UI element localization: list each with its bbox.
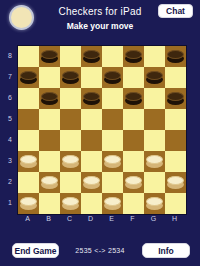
board-cell-C3[interactable] bbox=[60, 151, 81, 172]
piece-top bbox=[20, 155, 37, 164]
board-cell-F4[interactable] bbox=[123, 130, 144, 151]
row-label-6: 6 bbox=[4, 87, 16, 108]
piece-top bbox=[62, 155, 79, 164]
board-cell-F2[interactable] bbox=[123, 172, 144, 193]
row-label-4: 4 bbox=[4, 129, 16, 150]
light-checker-piece[interactable] bbox=[20, 197, 37, 210]
board-cell-B6[interactable] bbox=[39, 88, 60, 109]
board-cell-E1[interactable] bbox=[102, 193, 123, 214]
row-label-8: 8 bbox=[4, 45, 16, 66]
board-cell-F1[interactable] bbox=[123, 193, 144, 214]
piece-top bbox=[125, 50, 142, 59]
chat-button[interactable]: Chat bbox=[158, 4, 193, 18]
light-checker-piece[interactable] bbox=[20, 155, 37, 168]
board-cell-F8[interactable] bbox=[123, 46, 144, 67]
board-cell-H3[interactable] bbox=[165, 151, 186, 172]
piece-top bbox=[20, 197, 37, 206]
info-button[interactable]: Info bbox=[142, 243, 190, 258]
col-label-E: E bbox=[101, 215, 122, 223]
light-checker-piece[interactable] bbox=[83, 176, 100, 189]
board-cell-A3[interactable] bbox=[18, 151, 39, 172]
col-labels: ABCDEFGH bbox=[17, 215, 185, 223]
board-cell-B1[interactable] bbox=[39, 193, 60, 214]
piece-top bbox=[41, 176, 58, 185]
board-cell-C6[interactable] bbox=[60, 88, 81, 109]
board-cell-H6[interactable] bbox=[165, 88, 186, 109]
board-cell-D5[interactable] bbox=[81, 109, 102, 130]
piece-top bbox=[167, 92, 184, 101]
piece-top bbox=[62, 197, 79, 206]
board-cell-B4[interactable] bbox=[39, 130, 60, 151]
dark-checker-piece[interactable] bbox=[41, 92, 58, 105]
board-cell-D7[interactable] bbox=[81, 67, 102, 88]
col-label-C: C bbox=[59, 215, 80, 223]
board-cell-A5[interactable] bbox=[18, 109, 39, 130]
board-cell-G3[interactable] bbox=[144, 151, 165, 172]
row-label-1: 1 bbox=[4, 192, 16, 213]
board-cell-C8[interactable] bbox=[60, 46, 81, 67]
dark-checker-piece[interactable] bbox=[62, 71, 79, 84]
board-cell-G8[interactable] bbox=[144, 46, 165, 67]
dark-checker-piece[interactable] bbox=[125, 50, 142, 63]
board-cell-D8[interactable] bbox=[81, 46, 102, 67]
row-label-7: 7 bbox=[4, 66, 16, 87]
board-cell-B5[interactable] bbox=[39, 109, 60, 130]
piece-top bbox=[104, 197, 121, 206]
piece-top bbox=[167, 176, 184, 185]
piece-top bbox=[146, 71, 163, 80]
piece-top bbox=[104, 71, 121, 80]
light-checker-piece[interactable] bbox=[41, 176, 58, 189]
piece-top bbox=[167, 50, 184, 59]
board-cell-A6[interactable] bbox=[18, 88, 39, 109]
board-cell-B7[interactable] bbox=[39, 67, 60, 88]
piece-top bbox=[41, 50, 58, 59]
board-cell-E2[interactable] bbox=[102, 172, 123, 193]
board-cell-E3[interactable] bbox=[102, 151, 123, 172]
board-cell-C1[interactable] bbox=[60, 193, 81, 214]
board-cell-A1[interactable] bbox=[18, 193, 39, 214]
row-label-3: 3 bbox=[4, 150, 16, 171]
board-cell-D2[interactable] bbox=[81, 172, 102, 193]
board-cell-A8[interactable] bbox=[18, 46, 39, 67]
light-checker-piece[interactable] bbox=[167, 176, 184, 189]
dark-checker-piece[interactable] bbox=[167, 92, 184, 105]
board-cell-H4[interactable] bbox=[165, 130, 186, 151]
dark-checker-piece[interactable] bbox=[20, 71, 37, 84]
light-checker-piece[interactable] bbox=[125, 176, 142, 189]
piece-top bbox=[146, 155, 163, 164]
piece-top bbox=[104, 155, 121, 164]
board-cell-E5[interactable] bbox=[102, 109, 123, 130]
piece-top bbox=[41, 92, 58, 101]
dark-checker-piece[interactable] bbox=[104, 71, 121, 84]
board-cell-E6[interactable] bbox=[102, 88, 123, 109]
light-checker-piece[interactable] bbox=[104, 155, 121, 168]
dark-checker-piece[interactable] bbox=[146, 71, 163, 84]
board-cell-H5[interactable] bbox=[165, 109, 186, 130]
light-checker-piece[interactable] bbox=[146, 197, 163, 210]
board-cell-G1[interactable] bbox=[144, 193, 165, 214]
piece-top bbox=[125, 176, 142, 185]
board-cell-G7[interactable] bbox=[144, 67, 165, 88]
dark-checker-piece[interactable] bbox=[83, 50, 100, 63]
board-cell-C5[interactable] bbox=[60, 109, 81, 130]
board-cell-H2[interactable] bbox=[165, 172, 186, 193]
dark-checker-piece[interactable] bbox=[167, 50, 184, 63]
col-label-D: D bbox=[80, 215, 101, 223]
light-checker-piece[interactable] bbox=[146, 155, 163, 168]
piece-top bbox=[20, 71, 37, 80]
checkers-board[interactable] bbox=[17, 45, 187, 215]
col-label-B: B bbox=[38, 215, 59, 223]
board-cell-F5[interactable] bbox=[123, 109, 144, 130]
board-cell-D3[interactable] bbox=[81, 151, 102, 172]
light-checker-piece[interactable] bbox=[62, 197, 79, 210]
dark-checker-piece[interactable] bbox=[83, 92, 100, 105]
board-cell-C7[interactable] bbox=[60, 67, 81, 88]
light-checker-piece[interactable] bbox=[104, 197, 121, 210]
board-cell-E7[interactable] bbox=[102, 67, 123, 88]
board-cell-A4[interactable] bbox=[18, 130, 39, 151]
board-cell-B2[interactable] bbox=[39, 172, 60, 193]
dark-checker-piece[interactable] bbox=[41, 50, 58, 63]
board-cell-C2[interactable] bbox=[60, 172, 81, 193]
board-cell-E4[interactable] bbox=[102, 130, 123, 151]
light-checker-piece[interactable] bbox=[62, 155, 79, 168]
row-label-2: 2 bbox=[4, 171, 16, 192]
board-cell-A2[interactable] bbox=[18, 172, 39, 193]
piece-top bbox=[83, 92, 100, 101]
board-cell-G2[interactable] bbox=[144, 172, 165, 193]
col-label-G: G bbox=[143, 215, 164, 223]
col-label-H: H bbox=[164, 215, 185, 223]
board-cell-F7[interactable] bbox=[123, 67, 144, 88]
board-cell-F3[interactable] bbox=[123, 151, 144, 172]
board-cell-E8[interactable] bbox=[102, 46, 123, 67]
board-cell-H8[interactable] bbox=[165, 46, 186, 67]
piece-top bbox=[146, 197, 163, 206]
row-label-5: 5 bbox=[4, 108, 16, 129]
board-cell-A7[interactable] bbox=[18, 67, 39, 88]
board-cell-G6[interactable] bbox=[144, 88, 165, 109]
piece-top bbox=[125, 92, 142, 101]
board-cell-B3[interactable] bbox=[39, 151, 60, 172]
board-cell-C4[interactable] bbox=[60, 130, 81, 151]
board-cell-D1[interactable] bbox=[81, 193, 102, 214]
board-cell-D6[interactable] bbox=[81, 88, 102, 109]
piece-top bbox=[83, 50, 100, 59]
row-labels: 87654321 bbox=[4, 45, 16, 213]
col-label-F: F bbox=[122, 215, 143, 223]
dark-checker-piece[interactable] bbox=[125, 92, 142, 105]
board-cell-G4[interactable] bbox=[144, 130, 165, 151]
board-cell-H7[interactable] bbox=[165, 67, 186, 88]
board-cell-F6[interactable] bbox=[123, 88, 144, 109]
piece-top bbox=[62, 71, 79, 80]
board-cell-D4[interactable] bbox=[81, 130, 102, 151]
col-label-A: A bbox=[17, 215, 38, 223]
board-cell-G5[interactable] bbox=[144, 109, 165, 130]
move-status: Make your move bbox=[0, 21, 200, 31]
board-cell-H1[interactable] bbox=[165, 193, 186, 214]
board-cell-B8[interactable] bbox=[39, 46, 60, 67]
piece-top bbox=[83, 176, 100, 185]
